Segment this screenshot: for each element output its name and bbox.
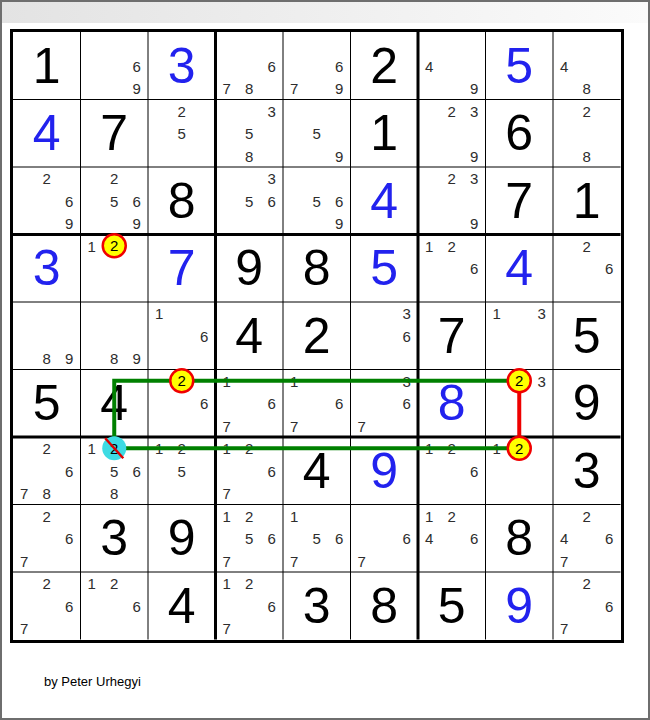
candidate-1: 1 — [283, 505, 306, 528]
candidate-4 — [81, 257, 104, 280]
cell-r1c7[interactable]: 49 — [418, 32, 486, 100]
candidate-3 — [126, 235, 149, 258]
cell-r4c1[interactable]: 3 — [13, 235, 81, 303]
candidate-6 — [463, 122, 486, 145]
candidates: 12 — [486, 437, 554, 505]
candidate-7 — [418, 482, 441, 505]
candidate-7 — [553, 280, 576, 303]
candidate-8 — [441, 145, 464, 168]
candidate-4 — [283, 122, 306, 145]
candidate-7: 7 — [13, 482, 36, 505]
candidate-4 — [486, 460, 509, 483]
candidate-2: 2 — [36, 505, 59, 528]
solved-digit: 9 — [351, 437, 419, 505]
candidate-9 — [328, 415, 351, 438]
given-digit: 8 — [351, 572, 419, 640]
candidate-8 — [441, 482, 464, 505]
cell-r4c4[interactable]: 9 — [216, 235, 284, 303]
candidates: 239 — [418, 167, 486, 235]
candidate-4 — [216, 392, 239, 415]
candidate-2: 2 — [576, 235, 599, 258]
candidates: 267 — [13, 505, 81, 573]
cell-r4c8[interactable]: 4 — [486, 235, 554, 303]
cell-r1c9[interactable]: 48 — [553, 32, 621, 100]
cell-r4c6[interactable]: 5 — [351, 235, 419, 303]
candidates: 26 — [553, 235, 621, 303]
candidate-6: 6 — [58, 460, 81, 483]
candidate-1: 1 — [216, 505, 239, 528]
candidate-9: 9 — [58, 347, 81, 370]
candidates: 2467 — [553, 505, 621, 573]
candidate-1: 1 — [148, 302, 171, 325]
cell-r6c4[interactable]: 167 — [216, 370, 284, 438]
candidate-8: 8 — [103, 482, 126, 505]
candidates: 12568 — [81, 437, 149, 505]
cell-r6c1[interactable]: 5 — [13, 370, 81, 438]
cell-r2c7[interactable]: 239 — [418, 100, 486, 168]
candidate-7: 7 — [216, 617, 239, 640]
candidate-4 — [283, 190, 306, 213]
cell-r3c7[interactable]: 239 — [418, 167, 486, 235]
candidate-1 — [553, 100, 576, 123]
candidate-8 — [441, 550, 464, 573]
cell-r2c5[interactable]: 59 — [283, 100, 351, 168]
candidate-9 — [463, 280, 486, 303]
candidate-6: 6 — [126, 55, 149, 78]
cell-r2c3[interactable]: 25 — [148, 100, 216, 168]
candidate-2 — [238, 32, 261, 55]
candidate-6: 6 — [58, 595, 81, 618]
candidate-5 — [103, 257, 126, 280]
candidate-5 — [238, 392, 261, 415]
given-digit: 9 — [216, 235, 284, 303]
candidate-6: 6 — [328, 55, 351, 78]
candidate-5: 5 — [103, 190, 126, 213]
candidates: 126 — [81, 572, 149, 640]
candidate-9: 9 — [328, 145, 351, 168]
candidate-5 — [508, 392, 531, 415]
cell-r1c2[interactable]: 69 — [81, 32, 149, 100]
candidate-9 — [598, 280, 621, 303]
candidate-6 — [463, 190, 486, 213]
candidate-8 — [103, 617, 126, 640]
candidate-1 — [553, 572, 576, 595]
cell-r5c3[interactable]: 16 — [148, 302, 216, 370]
cell-r5c7[interactable]: 7 — [418, 302, 486, 370]
candidate-2: 2 — [508, 370, 531, 393]
candidate-9 — [531, 347, 554, 370]
candidate-6: 6 — [193, 392, 216, 415]
cell-r5c5[interactable]: 2 — [283, 302, 351, 370]
candidate-1 — [81, 302, 104, 325]
candidate-2 — [238, 167, 261, 190]
given-digit: 5 — [553, 302, 621, 370]
candidate-4 — [418, 460, 441, 483]
candidate-7 — [81, 347, 104, 370]
cell-r5c6[interactable]: 36 — [351, 302, 419, 370]
candidate-1: 1 — [81, 572, 104, 595]
candidate-8 — [306, 415, 329, 438]
candidate-3 — [598, 100, 621, 123]
candidate-9 — [598, 77, 621, 100]
candidate-7: 7 — [351, 550, 374, 573]
given-digit: 8 — [486, 505, 554, 573]
candidate-8 — [171, 347, 194, 370]
given-digit: 7 — [486, 167, 554, 235]
candidate-7 — [81, 482, 104, 505]
cell-r6c9[interactable]: 9 — [553, 370, 621, 438]
candidate-6: 6 — [261, 460, 284, 483]
cell-r8c5[interactable]: 1567 — [283, 505, 351, 573]
candidate-8 — [576, 280, 599, 303]
candidate-8 — [576, 617, 599, 640]
candidate-8 — [441, 280, 464, 303]
candidate-9 — [463, 482, 486, 505]
cell-r1c8[interactable]: 5 — [486, 32, 554, 100]
candidate-6: 6 — [463, 257, 486, 280]
solved-digit: 5 — [486, 32, 554, 100]
candidate-9: 9 — [126, 77, 149, 100]
candidate-1 — [418, 100, 441, 123]
candidate-2 — [508, 302, 531, 325]
candidates: 89 — [81, 302, 149, 370]
candidate-9 — [261, 415, 284, 438]
candidate-8: 8 — [576, 77, 599, 100]
cell-r9c8[interactable]: 9 — [486, 572, 554, 640]
cell-r6c3[interactable]: 26 — [148, 370, 216, 438]
cell-r8c2[interactable]: 3 — [81, 505, 149, 573]
cell-r6c5[interactable]: 167 — [283, 370, 351, 438]
candidate-6: 6 — [598, 257, 621, 280]
cell-r6c6[interactable]: 367 — [351, 370, 419, 438]
candidate-6: 6 — [261, 595, 284, 618]
candidate-4 — [283, 55, 306, 78]
cell-r2c8[interactable]: 6 — [486, 100, 554, 168]
candidate-5 — [238, 460, 261, 483]
candidate-2 — [373, 302, 396, 325]
candidate-5: 5 — [238, 527, 261, 550]
candidate-5: 5 — [238, 122, 261, 145]
candidate-9: 9 — [58, 212, 81, 235]
candidate-6: 6 — [126, 595, 149, 618]
candidate-3 — [261, 32, 284, 55]
candidate-2 — [306, 505, 329, 528]
cell-r4c9[interactable]: 26 — [553, 235, 621, 303]
candidate-1: 1 — [148, 437, 171, 460]
candidate-8 — [103, 280, 126, 303]
cell-r8c6[interactable]: 67 — [351, 505, 419, 573]
candidate-9 — [193, 145, 216, 168]
candidate-3 — [463, 437, 486, 460]
cell-r1c6[interactable]: 2 — [351, 32, 419, 100]
candidates: 67 — [351, 505, 419, 573]
cell-r7c8[interactable]: 12 — [486, 437, 554, 505]
candidate-9 — [261, 145, 284, 168]
candidate-9 — [261, 212, 284, 235]
cell-r6c7[interactable]: 8 — [418, 370, 486, 438]
candidate-2: 2 — [441, 167, 464, 190]
candidate-4 — [351, 325, 374, 348]
candidate-6 — [126, 257, 149, 280]
cell-r4c2[interactable]: 12 — [81, 235, 149, 303]
candidates: 23 — [486, 370, 554, 438]
candidate-3 — [463, 32, 486, 55]
cell-r4c5[interactable]: 8 — [283, 235, 351, 303]
candidate-4 — [418, 122, 441, 145]
candidate-9 — [193, 482, 216, 505]
candidate-4 — [81, 460, 104, 483]
candidate-2: 2 — [441, 505, 464, 528]
candidate-3 — [193, 437, 216, 460]
candidate-2 — [238, 100, 261, 123]
cell-r7c9[interactable]: 3 — [553, 437, 621, 505]
candidate-7 — [13, 212, 36, 235]
cell-r3c4[interactable]: 356 — [216, 167, 284, 235]
cell-r1c4[interactable]: 678 — [216, 32, 284, 100]
candidate-6 — [531, 460, 554, 483]
candidate-8: 8 — [103, 347, 126, 370]
given-digit: 9 — [553, 370, 621, 438]
candidate-9 — [598, 550, 621, 573]
candidates: 126 — [418, 235, 486, 303]
candidate-5: 5 — [171, 460, 194, 483]
solved-digit: 3 — [13, 235, 81, 303]
candidate-3: 3 — [261, 100, 284, 123]
candidate-1: 1 — [486, 302, 509, 325]
candidate-8 — [36, 617, 59, 640]
candidate-8 — [306, 550, 329, 573]
candidate-5 — [576, 55, 599, 78]
candidates: 167 — [283, 370, 351, 438]
cell-r7c6[interactable]: 9 — [351, 437, 419, 505]
cell-r9c9[interactable]: 267 — [553, 572, 621, 640]
cell-r9c2[interactable]: 126 — [81, 572, 149, 640]
cell-r9c7[interactable]: 5 — [418, 572, 486, 640]
candidate-9 — [531, 482, 554, 505]
cell-r3c9[interactable]: 1 — [553, 167, 621, 235]
candidates: 358 — [216, 100, 284, 168]
candidate-2: 2 — [171, 100, 194, 123]
candidate-2 — [103, 32, 126, 55]
candidate-5 — [103, 595, 126, 618]
candidates: 367 — [351, 370, 419, 438]
candidate-7 — [81, 212, 104, 235]
candidate-7: 7 — [283, 550, 306, 573]
candidates: 2569 — [81, 167, 149, 235]
candidate-4 — [13, 325, 36, 348]
candidate-3 — [58, 302, 81, 325]
cell-r3c6[interactable]: 4 — [351, 167, 419, 235]
candidate-5 — [306, 392, 329, 415]
candidate-1 — [418, 167, 441, 190]
candidate-7 — [418, 77, 441, 100]
cell-r9c3[interactable]: 4 — [148, 572, 216, 640]
candidates: 239 — [418, 100, 486, 168]
candidate-1 — [283, 32, 306, 55]
candidate-8 — [171, 482, 194, 505]
candidate-1: 1 — [283, 370, 306, 393]
cell-r2c2[interactable]: 7 — [81, 100, 149, 168]
cell-r5c4[interactable]: 4 — [216, 302, 284, 370]
candidate-2 — [306, 32, 329, 55]
candidate-7: 7 — [216, 415, 239, 438]
cell-r7c2[interactable]: 12568 — [81, 437, 149, 505]
candidate-8: 8 — [36, 482, 59, 505]
given-digit: 6 — [486, 100, 554, 168]
candidate-2 — [103, 302, 126, 325]
candidate-7 — [486, 347, 509, 370]
candidate-4 — [283, 392, 306, 415]
candidate-8 — [306, 77, 329, 100]
candidate-1 — [13, 167, 36, 190]
cell-r8c3[interactable]: 9 — [148, 505, 216, 573]
cell-r7c5[interactable]: 4 — [283, 437, 351, 505]
candidate-9 — [126, 617, 149, 640]
cell-r5c8[interactable]: 13 — [486, 302, 554, 370]
candidate-5 — [373, 392, 396, 415]
candidate-3 — [126, 302, 149, 325]
candidate-8 — [508, 482, 531, 505]
candidate-5 — [576, 122, 599, 145]
cell-r8c9[interactable]: 2467 — [553, 505, 621, 573]
candidate-4 — [418, 190, 441, 213]
candidate-5 — [576, 595, 599, 618]
candidates: 16 — [148, 302, 216, 370]
candidate-7 — [418, 280, 441, 303]
candidate-4 — [216, 460, 239, 483]
candidate-7 — [148, 145, 171, 168]
candidate-8 — [373, 347, 396, 370]
candidate-7 — [148, 415, 171, 438]
candidate-4 — [283, 527, 306, 550]
candidate-4 — [418, 257, 441, 280]
cell-r6c8[interactable]: 23 — [486, 370, 554, 438]
candidate-5 — [576, 527, 599, 550]
candidate-9: 9 — [328, 212, 351, 235]
candidate-1: 1 — [216, 572, 239, 595]
cell-r3c5[interactable]: 569 — [283, 167, 351, 235]
candidate-3 — [396, 505, 419, 528]
candidate-6: 6 — [598, 595, 621, 618]
cell-r2c1[interactable]: 4 — [13, 100, 81, 168]
candidate-8: 8 — [576, 145, 599, 168]
candidate-6: 6 — [396, 392, 419, 415]
cell-r2c6[interactable]: 1 — [351, 100, 419, 168]
candidate-3: 3 — [463, 167, 486, 190]
candidates: 1267 — [216, 572, 284, 640]
candidate-2 — [238, 370, 261, 393]
cell-r3c8[interactable]: 7 — [486, 167, 554, 235]
candidate-5 — [373, 527, 396, 550]
candidates: 12 — [81, 235, 149, 303]
cell-r5c2[interactable]: 89 — [81, 302, 149, 370]
candidate-8: 8 — [36, 347, 59, 370]
candidate-6 — [58, 325, 81, 348]
cell-r3c2[interactable]: 2569 — [81, 167, 149, 235]
candidate-3: 3 — [261, 167, 284, 190]
candidate-2: 2 — [441, 437, 464, 460]
candidate-1 — [148, 370, 171, 393]
cell-r8c7[interactable]: 1246 — [418, 505, 486, 573]
candidate-5 — [306, 55, 329, 78]
cell-r9c6[interactable]: 8 — [351, 572, 419, 640]
cell-r7c1[interactable]: 2678 — [13, 437, 81, 505]
candidate-3 — [193, 302, 216, 325]
cell-r3c1[interactable]: 269 — [13, 167, 81, 235]
candidate-9 — [531, 415, 554, 438]
candidate-2: 2 — [103, 572, 126, 595]
cell-r8c8[interactable]: 8 — [486, 505, 554, 573]
candidate-2 — [306, 370, 329, 393]
candidate-1 — [81, 167, 104, 190]
cell-r7c4[interactable]: 1267 — [216, 437, 284, 505]
cell-r1c1[interactable]: 1 — [13, 32, 81, 100]
candidate-8 — [306, 145, 329, 168]
cell-r9c5[interactable]: 3 — [283, 572, 351, 640]
candidate-9 — [598, 145, 621, 168]
candidate-9 — [396, 347, 419, 370]
candidate-1 — [283, 100, 306, 123]
candidate-3 — [58, 505, 81, 528]
cell-r7c3[interactable]: 125 — [148, 437, 216, 505]
cell-r2c9[interactable]: 28 — [553, 100, 621, 168]
cell-r3c3[interactable]: 8 — [148, 167, 216, 235]
cell-r5c9[interactable]: 5 — [553, 302, 621, 370]
cell-r5c1[interactable]: 89 — [13, 302, 81, 370]
candidates: 1267 — [216, 437, 284, 505]
cell-r4c7[interactable]: 126 — [418, 235, 486, 303]
cell-r9c1[interactable]: 267 — [13, 572, 81, 640]
cell-r1c5[interactable]: 679 — [283, 32, 351, 100]
candidate-5 — [441, 460, 464, 483]
candidate-4 — [81, 190, 104, 213]
candidate-8 — [171, 415, 194, 438]
candidate-5 — [508, 325, 531, 348]
cell-r8c1[interactable]: 267 — [13, 505, 81, 573]
cell-r1c3[interactable]: 3 — [148, 32, 216, 100]
candidate-9: 9 — [463, 145, 486, 168]
candidate-2: 2 — [238, 572, 261, 595]
candidate-2: 2 — [103, 437, 126, 460]
cell-r7c7[interactable]: 126 — [418, 437, 486, 505]
candidates: 2678 — [13, 437, 81, 505]
candidate-4 — [351, 392, 374, 415]
solved-digit: 7 — [148, 235, 216, 303]
given-digit: 3 — [81, 505, 149, 573]
cell-r8c4[interactable]: 12567 — [216, 505, 284, 573]
given-digit: 2 — [351, 32, 419, 100]
candidate-8 — [306, 212, 329, 235]
candidate-5 — [441, 257, 464, 280]
cell-r2c4[interactable]: 358 — [216, 100, 284, 168]
candidate-8 — [36, 212, 59, 235]
candidate-7: 7 — [553, 617, 576, 640]
cell-r4c3[interactable]: 7 — [148, 235, 216, 303]
candidate-6: 6 — [126, 190, 149, 213]
candidate-3: 3 — [531, 370, 554, 393]
candidate-7: 7 — [553, 550, 576, 573]
candidate-5 — [36, 527, 59, 550]
candidate-4 — [216, 122, 239, 145]
candidate-9 — [193, 415, 216, 438]
cell-r9c4[interactable]: 1267 — [216, 572, 284, 640]
candidate-1: 1 — [216, 437, 239, 460]
solved-digit: 4 — [13, 100, 81, 168]
candidates: 69 — [81, 32, 149, 100]
candidate-2 — [373, 505, 396, 528]
cell-r6c2[interactable]: 4 — [81, 370, 149, 438]
candidate-4 — [13, 190, 36, 213]
